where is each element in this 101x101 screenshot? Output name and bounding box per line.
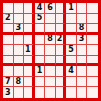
cell-r3c3[interactable] [24,24,35,35]
cell-r3c6[interactable] [56,24,67,35]
cell-r8c4[interactable] [35,77,46,88]
cell-r5c7[interactable]: 5 [66,45,77,56]
cell-r4c3[interactable] [24,35,35,46]
cell-r2c2[interactable] [14,14,25,25]
cell-r9c1[interactable]: 3 [3,87,14,98]
cell-r4c4[interactable] [35,35,46,46]
cell-r6c3[interactable] [24,56,35,67]
cell-r2c4[interactable]: 5 [35,14,46,25]
cell-r9c7[interactable] [66,87,77,98]
cell-r4c9[interactable] [87,35,98,46]
cell-r4c8[interactable]: 3 [77,35,88,46]
cell-r7c1[interactable] [3,66,14,77]
cell-r5c6[interactable] [56,45,67,56]
cell-r8c6[interactable] [56,77,67,88]
cell-r7c2[interactable] [14,66,25,77]
cell-r3c9[interactable] [87,24,98,35]
cell-r6c6[interactable] [56,56,67,67]
cell-r3c7[interactable] [66,24,77,35]
cell-r1c6[interactable] [56,3,67,14]
cell-r5c8[interactable] [77,45,88,56]
cell-r1c9[interactable] [87,3,98,14]
cell-r2c1[interactable]: 2 [3,14,14,25]
cell-r1c8[interactable] [77,3,88,14]
cell-r1c5[interactable]: 6 [45,3,56,14]
cell-r6c5[interactable] [45,56,56,67]
cell-r3c4[interactable] [35,24,46,35]
cell-r4c5[interactable]: 8 [45,35,56,46]
cell-r9c9[interactable] [87,87,98,98]
cell-r6c1[interactable] [3,56,14,67]
cell-r5c4[interactable] [35,45,46,56]
cell-r6c4[interactable] [35,56,46,67]
cell-r7c7[interactable]: 4 [66,66,77,77]
cell-r6c2[interactable] [14,56,25,67]
cell-r8c9[interactable] [87,77,98,88]
cell-r8c2[interactable]: 8 [14,77,25,88]
cell-r5c5[interactable] [45,45,56,56]
cell-r9c8[interactable] [77,87,88,98]
cell-r1c7[interactable]: 1 [66,3,77,14]
cell-r4c6[interactable]: 2 [56,35,67,46]
cell-r3c8[interactable]: 8 [77,24,88,35]
cell-r7c4[interactable]: 1 [35,66,46,77]
cell-r5c2[interactable] [14,45,25,56]
cell-r5c1[interactable] [3,45,14,56]
cell-r6c9[interactable] [87,56,98,67]
cell-r4c7[interactable] [66,35,77,46]
cell-r9c2[interactable] [14,87,25,98]
cell-r8c8[interactable] [77,77,88,88]
cell-r9c3[interactable] [24,87,35,98]
cell-r8c1[interactable]: 7 [3,77,14,88]
cell-r6c7[interactable] [66,56,77,67]
cell-r3c5[interactable] [45,24,56,35]
cell-r1c1[interactable] [3,3,14,14]
cell-r2c7[interactable] [66,14,77,25]
cell-r2c5[interactable] [45,14,56,25]
cell-r7c9[interactable] [87,66,98,77]
cell-r2c6[interactable] [56,14,67,25]
cell-r6c8[interactable] [77,56,88,67]
cell-r2c3[interactable] [24,14,35,25]
cell-r1c2[interactable] [14,3,25,14]
cell-r4c2[interactable] [14,35,25,46]
cell-r8c7[interactable] [66,77,77,88]
cell-r2c9[interactable] [87,14,98,25]
cell-r3c1[interactable] [3,24,14,35]
cell-r1c4[interactable]: 4 [35,3,46,14]
cell-r9c4[interactable] [35,87,46,98]
cell-r5c9[interactable] [87,45,98,56]
cell-r4c1[interactable] [3,35,14,46]
sudoku-board: 46125388231514783 [0,0,101,101]
cell-r7c8[interactable] [77,66,88,77]
cell-r8c5[interactable] [45,77,56,88]
cell-r3c2[interactable]: 3 [14,24,25,35]
cell-r2c8[interactable] [77,14,88,25]
cell-r7c5[interactable] [45,66,56,77]
cell-r1c3[interactable] [24,3,35,14]
cell-r8c3[interactable] [24,77,35,88]
cell-r7c3[interactable] [24,66,35,77]
cell-r9c5[interactable] [45,87,56,98]
cell-r7c6[interactable] [56,66,67,77]
cell-r5c3[interactable]: 1 [24,45,35,56]
cell-r9c6[interactable] [56,87,67,98]
